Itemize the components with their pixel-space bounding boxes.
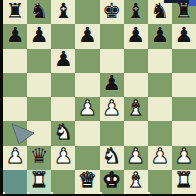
chess-board: ♜♞♝♚♝♞♜♟♟♟♟♟♟♟♟♟♟♝♞♟♛♟♞♟♟♟♜♛♚♝♜	[3, 0, 196, 194]
square-corner-dot	[100, 192, 102, 194]
square-a6[interactable]	[3, 49, 27, 73]
square-f6[interactable]	[124, 49, 148, 73]
square-d2[interactable]	[75, 146, 99, 170]
square-c8[interactable]: ♝	[51, 0, 75, 24]
square-g6[interactable]	[148, 49, 172, 73]
piece-white-pawn[interactable]: ♟	[54, 146, 73, 167]
square-a8[interactable]: ♜	[3, 0, 27, 24]
square-f7[interactable]: ♟	[124, 24, 148, 48]
square-b3[interactable]	[27, 121, 51, 145]
square-a2[interactable]: ♟	[3, 146, 27, 170]
piece-white-pawn[interactable]: ♟	[6, 146, 25, 167]
square-corner-dot	[51, 192, 53, 194]
square-corner-dot	[172, 192, 174, 194]
square-e8[interactable]: ♚	[100, 0, 124, 24]
square-e4[interactable]: ♟	[100, 97, 124, 121]
square-g1[interactable]	[148, 170, 172, 194]
piece-white-bishop[interactable]: ♝	[126, 98, 145, 119]
square-corner-dot	[75, 192, 77, 194]
square-a7[interactable]: ♟	[3, 24, 27, 48]
square-e6[interactable]	[100, 49, 124, 73]
piece-white-knight[interactable]: ♞	[54, 122, 73, 143]
square-corner-dot	[148, 192, 150, 194]
square-b1[interactable]: ♜	[27, 170, 51, 194]
square-b5[interactable]	[27, 73, 51, 97]
square-a3[interactable]	[3, 121, 27, 145]
piece-white-pawn[interactable]: ♟	[150, 146, 169, 167]
piece-black-pawn[interactable]: ♟	[30, 25, 49, 46]
square-f3[interactable]	[124, 121, 148, 145]
piece-black-pawn[interactable]: ♟	[175, 25, 194, 46]
piece-black-pawn[interactable]: ♟	[102, 73, 121, 94]
piece-black-queen[interactable]: ♛	[30, 146, 49, 167]
square-e5[interactable]: ♟	[100, 73, 124, 97]
square-h3[interactable]	[172, 121, 196, 145]
piece-black-bishop[interactable]: ♝	[54, 1, 73, 22]
piece-white-rook[interactable]: ♜	[30, 170, 49, 191]
square-d1[interactable]: ♛	[75, 170, 99, 194]
piece-white-pawn[interactable]: ♟	[102, 98, 121, 119]
square-h2[interactable]: ♟	[172, 146, 196, 170]
square-g3[interactable]	[148, 121, 172, 145]
piece-black-knight[interactable]: ♞	[150, 1, 169, 22]
piece-white-rook[interactable]: ♜	[175, 170, 194, 191]
piece-white-bishop[interactable]: ♝	[126, 170, 145, 191]
square-g2[interactable]: ♟	[148, 146, 172, 170]
square-corner-dot	[124, 192, 126, 194]
square-f8[interactable]: ♝	[124, 0, 148, 24]
piece-black-knight[interactable]: ♞	[30, 1, 49, 22]
square-d7[interactable]: ♟	[75, 24, 99, 48]
square-h1[interactable]: ♜	[172, 170, 196, 194]
square-f4[interactable]: ♝	[124, 97, 148, 121]
square-g8[interactable]: ♞	[148, 0, 172, 24]
square-corner-dot	[3, 192, 5, 194]
square-g5[interactable]	[148, 73, 172, 97]
square-d3[interactable]	[75, 121, 99, 145]
piece-white-queen[interactable]: ♛	[78, 170, 97, 191]
piece-black-bishop[interactable]: ♝	[126, 1, 145, 22]
background-window-control-button[interactable]	[189, 0, 196, 6]
square-corner-dot	[27, 192, 29, 194]
square-d8[interactable]	[75, 0, 99, 24]
square-b4[interactable]	[27, 97, 51, 121]
square-c6[interactable]: ♟	[51, 49, 75, 73]
square-f2[interactable]: ♟	[124, 146, 148, 170]
chess-app-window: ♜♞♝♚♝♞♜♟♟♟♟♟♟♟♟♟♟♝♞♟♛♟♞♟♟♟♜♛♚♝♜	[0, 0, 196, 196]
piece-white-pawn[interactable]: ♟	[78, 98, 97, 119]
piece-white-pawn[interactable]: ♟	[175, 146, 194, 167]
square-e2[interactable]: ♞	[100, 146, 124, 170]
square-h6[interactable]	[172, 49, 196, 73]
square-a5[interactable]	[3, 73, 27, 97]
square-c2[interactable]: ♟	[51, 146, 75, 170]
piece-white-knight[interactable]: ♞	[102, 146, 121, 167]
square-b7[interactable]: ♟	[27, 24, 51, 48]
piece-black-king[interactable]: ♚	[102, 1, 121, 22]
square-f1[interactable]: ♝	[124, 170, 148, 194]
square-c4[interactable]	[51, 97, 75, 121]
square-b6[interactable]	[27, 49, 51, 73]
square-h4[interactable]	[172, 97, 196, 121]
square-h5[interactable]	[172, 73, 196, 97]
piece-black-rook[interactable]: ♜	[6, 1, 25, 22]
square-c1[interactable]	[51, 170, 75, 194]
square-a1[interactable]	[3, 170, 27, 194]
square-g7[interactable]: ♟	[148, 24, 172, 48]
square-c7[interactable]	[51, 24, 75, 48]
square-e3[interactable]	[100, 121, 124, 145]
square-c5[interactable]	[51, 73, 75, 97]
piece-black-pawn[interactable]: ♟	[54, 49, 73, 70]
piece-black-pawn[interactable]: ♟	[126, 25, 145, 46]
square-c3[interactable]: ♞	[51, 121, 75, 145]
square-d5[interactable]	[75, 73, 99, 97]
square-e7[interactable]	[100, 24, 124, 48]
square-a4[interactable]	[3, 97, 27, 121]
piece-white-pawn[interactable]: ♟	[126, 146, 145, 167]
square-d4[interactable]: ♟	[75, 97, 99, 121]
piece-black-pawn[interactable]: ♟	[6, 25, 25, 46]
square-e1[interactable]: ♚	[100, 170, 124, 194]
square-b2[interactable]: ♛	[27, 146, 51, 170]
square-g4[interactable]	[148, 97, 172, 121]
piece-white-king[interactable]: ♚	[102, 170, 121, 191]
piece-black-pawn[interactable]: ♟	[150, 25, 169, 46]
square-b8[interactable]: ♞	[27, 0, 51, 24]
square-d6[interactable]	[75, 49, 99, 73]
piece-black-pawn[interactable]: ♟	[78, 25, 97, 46]
square-h7[interactable]: ♟	[172, 24, 196, 48]
square-f5[interactable]	[124, 73, 148, 97]
